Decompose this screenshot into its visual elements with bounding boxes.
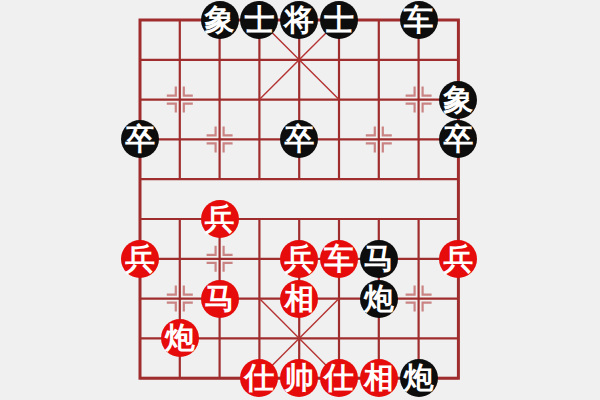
piece-black-cannon[interactable]: 炮: [400, 359, 438, 397]
piece-red-cannon[interactable]: 炮: [161, 319, 199, 357]
piece-black-elephant[interactable]: 象: [439, 81, 477, 119]
piece-red-general[interactable]: 帅: [280, 359, 318, 397]
xiangqi-board: 象士将士车象卒卒卒兵兵兵车马兵马相炮炮仕帅仕相炮: [0, 0, 600, 400]
xiangqi-app: 象士将士车象卒卒卒兵兵兵车马兵马相炮炮仕帅仕相炮: [0, 0, 600, 400]
piece-black-elephant[interactable]: 象: [201, 1, 239, 39]
piece-black-advisor[interactable]: 士: [240, 1, 278, 39]
piece-red-soldier[interactable]: 兵: [280, 240, 318, 278]
piece-red-soldier[interactable]: 兵: [121, 240, 159, 278]
piece-black-cannon[interactable]: 炮: [360, 280, 398, 318]
piece-red-soldier[interactable]: 兵: [439, 240, 477, 278]
board-intersections: 象士将士车象卒卒卒兵兵兵车马兵马相炮炮仕帅仕相炮: [120, 0, 478, 398]
piece-red-advisor[interactable]: 仕: [320, 359, 358, 397]
piece-black-soldier[interactable]: 卒: [280, 120, 318, 158]
piece-red-elephant[interactable]: 相: [280, 280, 318, 318]
piece-black-soldier[interactable]: 卒: [121, 120, 159, 158]
piece-red-elephant[interactable]: 相: [360, 359, 398, 397]
piece-red-advisor[interactable]: 仕: [240, 359, 278, 397]
piece-black-chariot[interactable]: 车: [400, 1, 438, 39]
piece-black-horse[interactable]: 马: [360, 240, 398, 278]
piece-red-chariot[interactable]: 车: [320, 240, 358, 278]
piece-black-soldier[interactable]: 卒: [439, 120, 477, 158]
piece-black-general[interactable]: 将: [280, 1, 318, 39]
piece-red-soldier[interactable]: 兵: [201, 200, 239, 238]
piece-black-advisor[interactable]: 士: [320, 1, 358, 39]
piece-red-horse[interactable]: 马: [201, 280, 239, 318]
